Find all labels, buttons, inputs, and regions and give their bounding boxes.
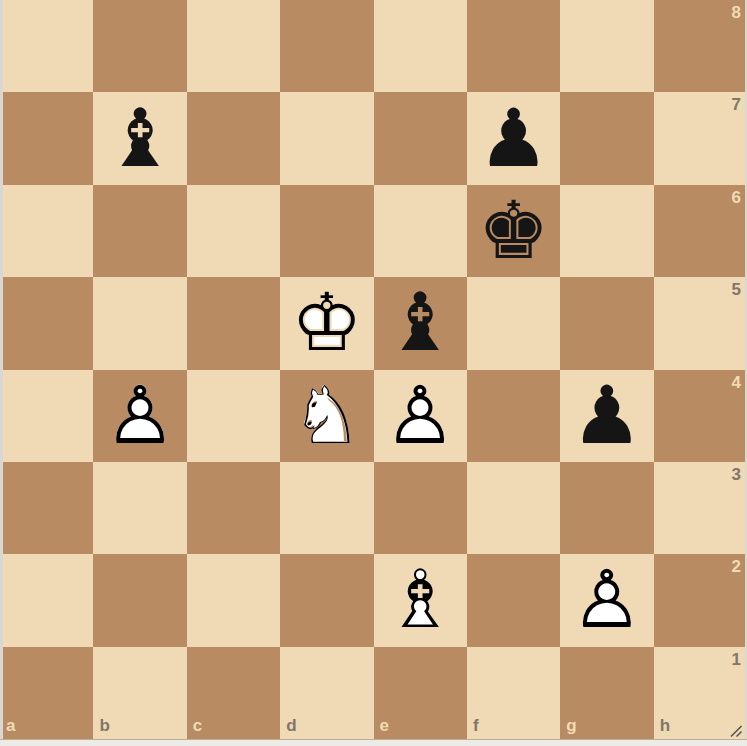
chess-board: 8♝♟7♚6♚♔♝5♟♙♞♘♟♙♟43♝♗♟♙2abcdefg1h [0, 0, 747, 739]
square-c2[interactable] [187, 554, 280, 646]
square-d3[interactable] [280, 462, 373, 554]
square-a7[interactable] [0, 92, 93, 184]
square-h2[interactable]: 2 [654, 554, 747, 646]
file-label-c: c [193, 717, 202, 734]
square-b2[interactable] [93, 554, 186, 646]
black-pawn-glyph: ♟ [467, 92, 560, 184]
black-pawn[interactable]: ♟ [560, 370, 653, 462]
window-left-edge [0, 0, 3, 739]
square-e5[interactable]: ♝ [374, 277, 467, 369]
square-c5[interactable] [187, 277, 280, 369]
square-c1[interactable]: c [187, 647, 280, 739]
square-c7[interactable] [187, 92, 280, 184]
rank-label-5: 5 [732, 281, 741, 298]
square-a5[interactable] [0, 277, 93, 369]
white-knight[interactable]: ♞♘ [280, 370, 373, 462]
square-g7[interactable] [560, 92, 653, 184]
square-h8[interactable]: 8 [654, 0, 747, 92]
square-d8[interactable] [280, 0, 373, 92]
white-knight-outline-glyph: ♘ [280, 370, 373, 462]
square-e3[interactable] [374, 462, 467, 554]
square-b3[interactable] [93, 462, 186, 554]
square-d2[interactable] [280, 554, 373, 646]
white-king[interactable]: ♚♔ [280, 277, 373, 369]
square-a3[interactable] [0, 462, 93, 554]
square-e8[interactable] [374, 0, 467, 92]
rank-label-4: 4 [732, 374, 741, 391]
rank-label-1: 1 [732, 651, 741, 668]
square-f2[interactable] [467, 554, 560, 646]
square-d6[interactable] [280, 185, 373, 277]
square-a1[interactable]: a [0, 647, 93, 739]
square-h6[interactable]: 6 [654, 185, 747, 277]
square-f4[interactable] [467, 370, 560, 462]
square-d5[interactable]: ♚♔ [280, 277, 373, 369]
square-f5[interactable] [467, 277, 560, 369]
window-bottom-bar [0, 739, 747, 746]
file-label-h: h [660, 717, 670, 734]
square-c3[interactable] [187, 462, 280, 554]
black-bishop-glyph: ♝ [374, 277, 467, 369]
square-c8[interactable] [187, 0, 280, 92]
file-label-g: g [566, 717, 576, 734]
square-e6[interactable] [374, 185, 467, 277]
black-king-glyph: ♚ [467, 185, 560, 277]
square-e2[interactable]: ♝♗ [374, 554, 467, 646]
square-f8[interactable] [467, 0, 560, 92]
chess-app-window: 8♝♟7♚6♚♔♝5♟♙♞♘♟♙♟43♝♗♟♙2abcdefg1h [0, 0, 747, 746]
white-pawn[interactable]: ♟♙ [560, 554, 653, 646]
square-g5[interactable] [560, 277, 653, 369]
square-f1[interactable]: f [467, 647, 560, 739]
square-g2[interactable]: ♟♙ [560, 554, 653, 646]
black-king[interactable]: ♚ [467, 185, 560, 277]
square-f3[interactable] [467, 462, 560, 554]
square-b7[interactable]: ♝ [93, 92, 186, 184]
square-g8[interactable] [560, 0, 653, 92]
square-b8[interactable] [93, 0, 186, 92]
black-pawn-glyph: ♟ [560, 370, 653, 462]
rank-label-7: 7 [732, 96, 741, 113]
square-f7[interactable]: ♟ [467, 92, 560, 184]
square-g4[interactable]: ♟ [560, 370, 653, 462]
square-h7[interactable]: 7 [654, 92, 747, 184]
square-g1[interactable]: g [560, 647, 653, 739]
white-pawn-outline-glyph: ♙ [560, 554, 653, 646]
black-bishop[interactable]: ♝ [93, 92, 186, 184]
square-a4[interactable] [0, 370, 93, 462]
white-pawn-outline-glyph: ♙ [93, 370, 186, 462]
square-e1[interactable]: e [374, 647, 467, 739]
white-king-outline-glyph: ♔ [280, 277, 373, 369]
square-b6[interactable] [93, 185, 186, 277]
square-h5[interactable]: 5 [654, 277, 747, 369]
square-c4[interactable] [187, 370, 280, 462]
square-b4[interactable]: ♟♙ [93, 370, 186, 462]
square-e4[interactable]: ♟♙ [374, 370, 467, 462]
square-g6[interactable] [560, 185, 653, 277]
rank-label-2: 2 [732, 558, 741, 575]
square-b5[interactable] [93, 277, 186, 369]
file-label-b: b [99, 717, 109, 734]
square-d4[interactable]: ♞♘ [280, 370, 373, 462]
rank-label-8: 8 [732, 4, 741, 21]
white-pawn[interactable]: ♟♙ [374, 370, 467, 462]
resize-grip-icon[interactable] [728, 723, 744, 739]
black-bishop[interactable]: ♝ [374, 277, 467, 369]
square-a8[interactable] [0, 0, 93, 92]
file-label-a: a [6, 717, 15, 734]
file-label-f: f [473, 717, 479, 734]
white-pawn[interactable]: ♟♙ [93, 370, 186, 462]
white-bishop[interactable]: ♝♗ [374, 554, 467, 646]
square-d7[interactable] [280, 92, 373, 184]
square-d1[interactable]: d [280, 647, 373, 739]
white-bishop-outline-glyph: ♗ [374, 554, 467, 646]
square-e7[interactable] [374, 92, 467, 184]
rank-label-6: 6 [732, 189, 741, 206]
rank-label-3: 3 [732, 466, 741, 483]
white-pawn-outline-glyph: ♙ [374, 370, 467, 462]
file-label-d: d [286, 717, 296, 734]
square-f6[interactable]: ♚ [467, 185, 560, 277]
black-bishop-glyph: ♝ [93, 92, 186, 184]
square-h4[interactable]: 4 [654, 370, 747, 462]
square-a6[interactable] [0, 185, 93, 277]
file-label-e: e [380, 717, 389, 734]
square-b1[interactable]: b [93, 647, 186, 739]
square-h3[interactable]: 3 [654, 462, 747, 554]
square-a2[interactable] [0, 554, 93, 646]
black-pawn[interactable]: ♟ [467, 92, 560, 184]
square-c6[interactable] [187, 185, 280, 277]
square-g3[interactable] [560, 462, 653, 554]
